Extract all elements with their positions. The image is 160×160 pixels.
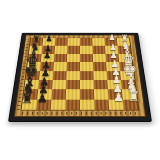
square xyxy=(65,99,80,109)
square xyxy=(118,54,132,62)
square xyxy=(51,99,66,109)
square xyxy=(108,89,123,99)
square xyxy=(122,89,137,99)
square xyxy=(25,71,40,80)
square xyxy=(118,46,132,54)
board-grid xyxy=(21,38,140,111)
square xyxy=(67,62,80,71)
border-tick-marks xyxy=(22,112,138,114)
square xyxy=(80,46,93,54)
square xyxy=(117,38,130,46)
square xyxy=(107,80,122,89)
square xyxy=(123,99,139,109)
square xyxy=(54,54,67,62)
square xyxy=(121,80,136,89)
square xyxy=(52,80,66,89)
square xyxy=(93,54,106,62)
square xyxy=(37,89,52,99)
square xyxy=(67,46,80,54)
square xyxy=(80,99,95,109)
square xyxy=(66,80,80,89)
square xyxy=(29,46,43,54)
square xyxy=(80,62,93,71)
square xyxy=(38,80,53,89)
square xyxy=(40,62,54,71)
square xyxy=(106,54,120,62)
square xyxy=(109,99,124,109)
square xyxy=(24,80,39,89)
square xyxy=(55,38,68,46)
square xyxy=(94,99,109,109)
square xyxy=(66,89,80,99)
square xyxy=(27,62,41,71)
square xyxy=(107,71,121,80)
square xyxy=(92,38,105,46)
square xyxy=(120,71,135,80)
square xyxy=(94,89,109,99)
square xyxy=(67,38,80,46)
square xyxy=(54,46,67,54)
square xyxy=(22,99,38,109)
square xyxy=(53,62,67,71)
square xyxy=(119,62,133,71)
square xyxy=(41,54,55,62)
square xyxy=(80,38,93,46)
square xyxy=(80,71,94,80)
square xyxy=(66,71,80,80)
square xyxy=(30,38,43,46)
square xyxy=(106,62,120,71)
board-wood-border xyxy=(14,35,147,117)
square xyxy=(36,99,51,109)
square xyxy=(42,46,55,54)
chess-set-photo: ♜♟♟♜♞♟♟♞♝♟♟♝♛♟♟♛♚♟♟♚♝♟♟♝♞♟♟♞♜♟♟♜ xyxy=(0,0,160,160)
chess-board xyxy=(8,33,152,122)
board-frame xyxy=(8,33,152,122)
square xyxy=(93,62,107,71)
square xyxy=(28,54,42,62)
square xyxy=(53,71,67,80)
square xyxy=(80,54,93,62)
square xyxy=(80,80,94,89)
square xyxy=(93,46,106,54)
square xyxy=(39,71,53,80)
square xyxy=(105,46,118,54)
square xyxy=(80,89,94,99)
square xyxy=(105,38,118,46)
square xyxy=(23,89,38,99)
square xyxy=(67,54,80,62)
square xyxy=(42,38,55,46)
square xyxy=(93,71,107,80)
square xyxy=(51,89,66,99)
square xyxy=(94,80,108,89)
